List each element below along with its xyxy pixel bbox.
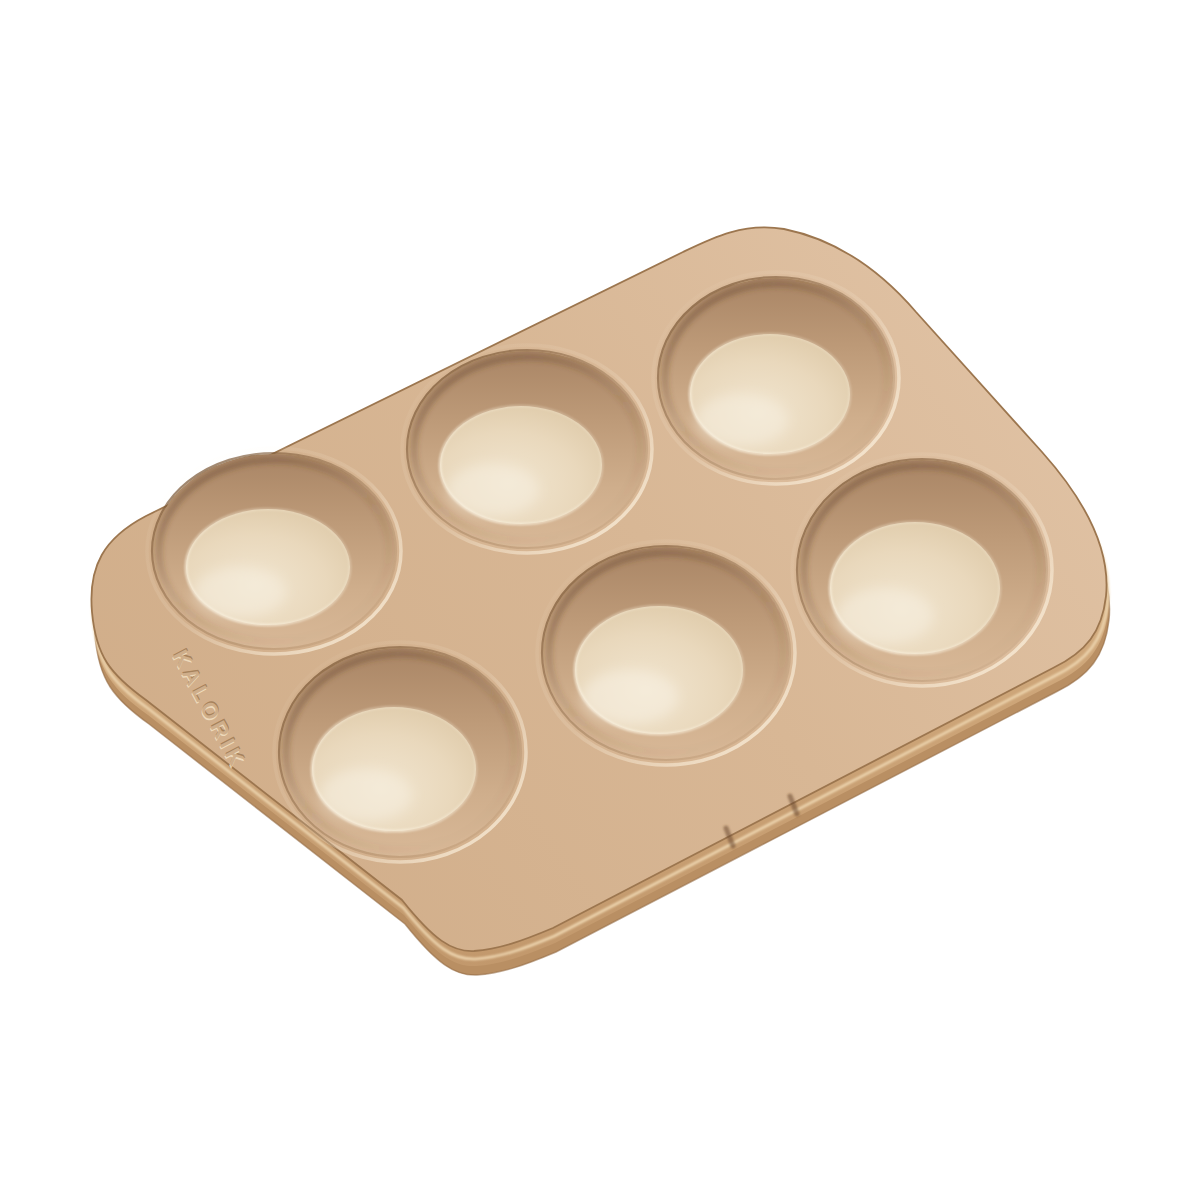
muffin-cup-4 [792,454,1052,686]
muffin-cup-1 [653,272,899,484]
muffin-cup-3 [147,448,401,654]
muffin-cup-2 [402,345,652,553]
cup-floor-highlight [447,464,539,516]
cup-floor-highlight [696,394,788,446]
cup-floor-highlight [320,769,412,821]
cup-floor-highlight [582,670,678,724]
product-photo: KALORIK KALORIK KALORIK [0,0,1200,1200]
muffin-cup-5 [537,541,795,765]
muffin-pan-illustration: KALORIK KALORIK KALORIK [0,0,1200,1200]
cup-floor-highlight [194,567,286,617]
cup-floor-highlight [837,588,933,644]
muffin-cup-6 [274,642,526,862]
